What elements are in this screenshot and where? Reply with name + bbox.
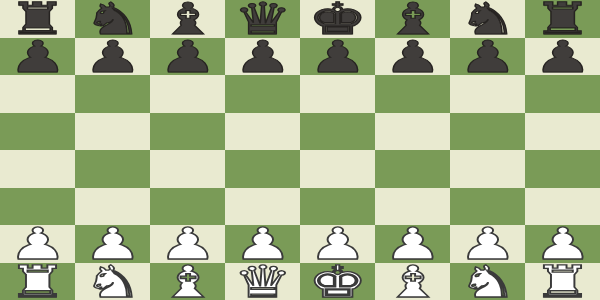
piece-black-pawn[interactable]: ♟ <box>83 38 142 76</box>
square-b4[interactable] <box>75 150 150 188</box>
square-f7[interactable]: ♟ <box>375 38 450 76</box>
piece-black-pawn[interactable]: ♟ <box>533 38 592 76</box>
piece-black-pawn[interactable]: ♟ <box>158 38 217 76</box>
square-e1[interactable]: ♚ <box>300 263 375 300</box>
square-g5[interactable] <box>450 113 525 151</box>
chess-board-wrap: ♜♞♝♛♚♝♞♜♟♟♟♟♟♟♟♟♟♟♟♟♟♟♟♟♜♞♝♛♚♝♞♜ <box>0 0 600 300</box>
square-h4[interactable] <box>525 150 600 188</box>
piece-black-pawn[interactable]: ♟ <box>383 38 442 76</box>
piece-black-pawn[interactable]: ♟ <box>8 38 67 76</box>
piece-white-king[interactable]: ♚ <box>308 263 367 300</box>
square-a7[interactable]: ♟ <box>0 38 75 76</box>
square-f1[interactable]: ♝ <box>375 263 450 300</box>
chess-board: ♜♞♝♛♚♝♞♜♟♟♟♟♟♟♟♟♟♟♟♟♟♟♟♟♜♞♝♛♚♝♞♜ <box>0 0 600 300</box>
square-d5[interactable] <box>225 113 300 151</box>
piece-white-rook[interactable]: ♜ <box>533 263 592 300</box>
piece-white-bishop[interactable]: ♝ <box>158 263 217 300</box>
square-e4[interactable] <box>300 150 375 188</box>
piece-white-knight[interactable]: ♞ <box>458 263 517 300</box>
square-a4[interactable] <box>0 150 75 188</box>
square-g4[interactable] <box>450 150 525 188</box>
square-c5[interactable] <box>150 113 225 151</box>
square-f4[interactable] <box>375 150 450 188</box>
square-g7[interactable]: ♟ <box>450 38 525 76</box>
square-c1[interactable]: ♝ <box>150 263 225 300</box>
piece-white-bishop[interactable]: ♝ <box>383 263 442 300</box>
square-e7[interactable]: ♟ <box>300 38 375 76</box>
square-d1[interactable]: ♛ <box>225 263 300 300</box>
piece-white-queen[interactable]: ♛ <box>233 263 292 300</box>
square-h7[interactable]: ♟ <box>525 38 600 76</box>
piece-black-pawn[interactable]: ♟ <box>458 38 517 76</box>
piece-white-rook[interactable]: ♜ <box>8 263 67 300</box>
piece-black-pawn[interactable]: ♟ <box>233 38 292 76</box>
square-d4[interactable] <box>225 150 300 188</box>
square-g1[interactable]: ♞ <box>450 263 525 300</box>
square-a5[interactable] <box>0 113 75 151</box>
square-b7[interactable]: ♟ <box>75 38 150 76</box>
square-a1[interactable]: ♜ <box>0 263 75 300</box>
square-b5[interactable] <box>75 113 150 151</box>
square-c7[interactable]: ♟ <box>150 38 225 76</box>
square-e5[interactable] <box>300 113 375 151</box>
piece-black-pawn[interactable]: ♟ <box>308 38 367 76</box>
square-f5[interactable] <box>375 113 450 151</box>
piece-white-knight[interactable]: ♞ <box>83 263 142 300</box>
square-c4[interactable] <box>150 150 225 188</box>
square-b1[interactable]: ♞ <box>75 263 150 300</box>
square-d7[interactable]: ♟ <box>225 38 300 76</box>
square-h5[interactable] <box>525 113 600 151</box>
square-h1[interactable]: ♜ <box>525 263 600 300</box>
